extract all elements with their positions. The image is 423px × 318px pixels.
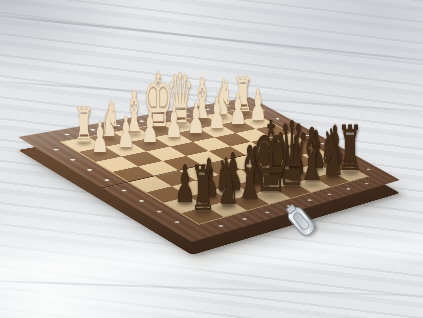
piece-glyph: ♟ <box>92 115 109 158</box>
piece-glyph: ♜ <box>190 159 215 221</box>
piece-glyph: ♟ <box>209 92 226 135</box>
piece-glyph: ♟ <box>229 88 246 131</box>
piece-glyph: ♟ <box>165 101 182 144</box>
piece-glyph: ♟ <box>141 105 158 148</box>
pieces-layer: ♜♞♝♛♚♝♞♜♟♟♟♟♟♟♟♟♟♟♟♟♟♟♟♟♜♞♝♛♚♝♞♜ <box>0 0 423 318</box>
piece-glyph: ♟ <box>187 96 204 139</box>
piece-glyph: ♟ <box>117 110 134 153</box>
scene: ♜♞♝♛♚♝♞♜♟♟♟♟♟♟♟♟♟♟♟♟♟♟♟♟♜♞♝♛♚♝♞♜ <box>0 0 423 318</box>
piece-glyph: ♞ <box>214 150 240 214</box>
